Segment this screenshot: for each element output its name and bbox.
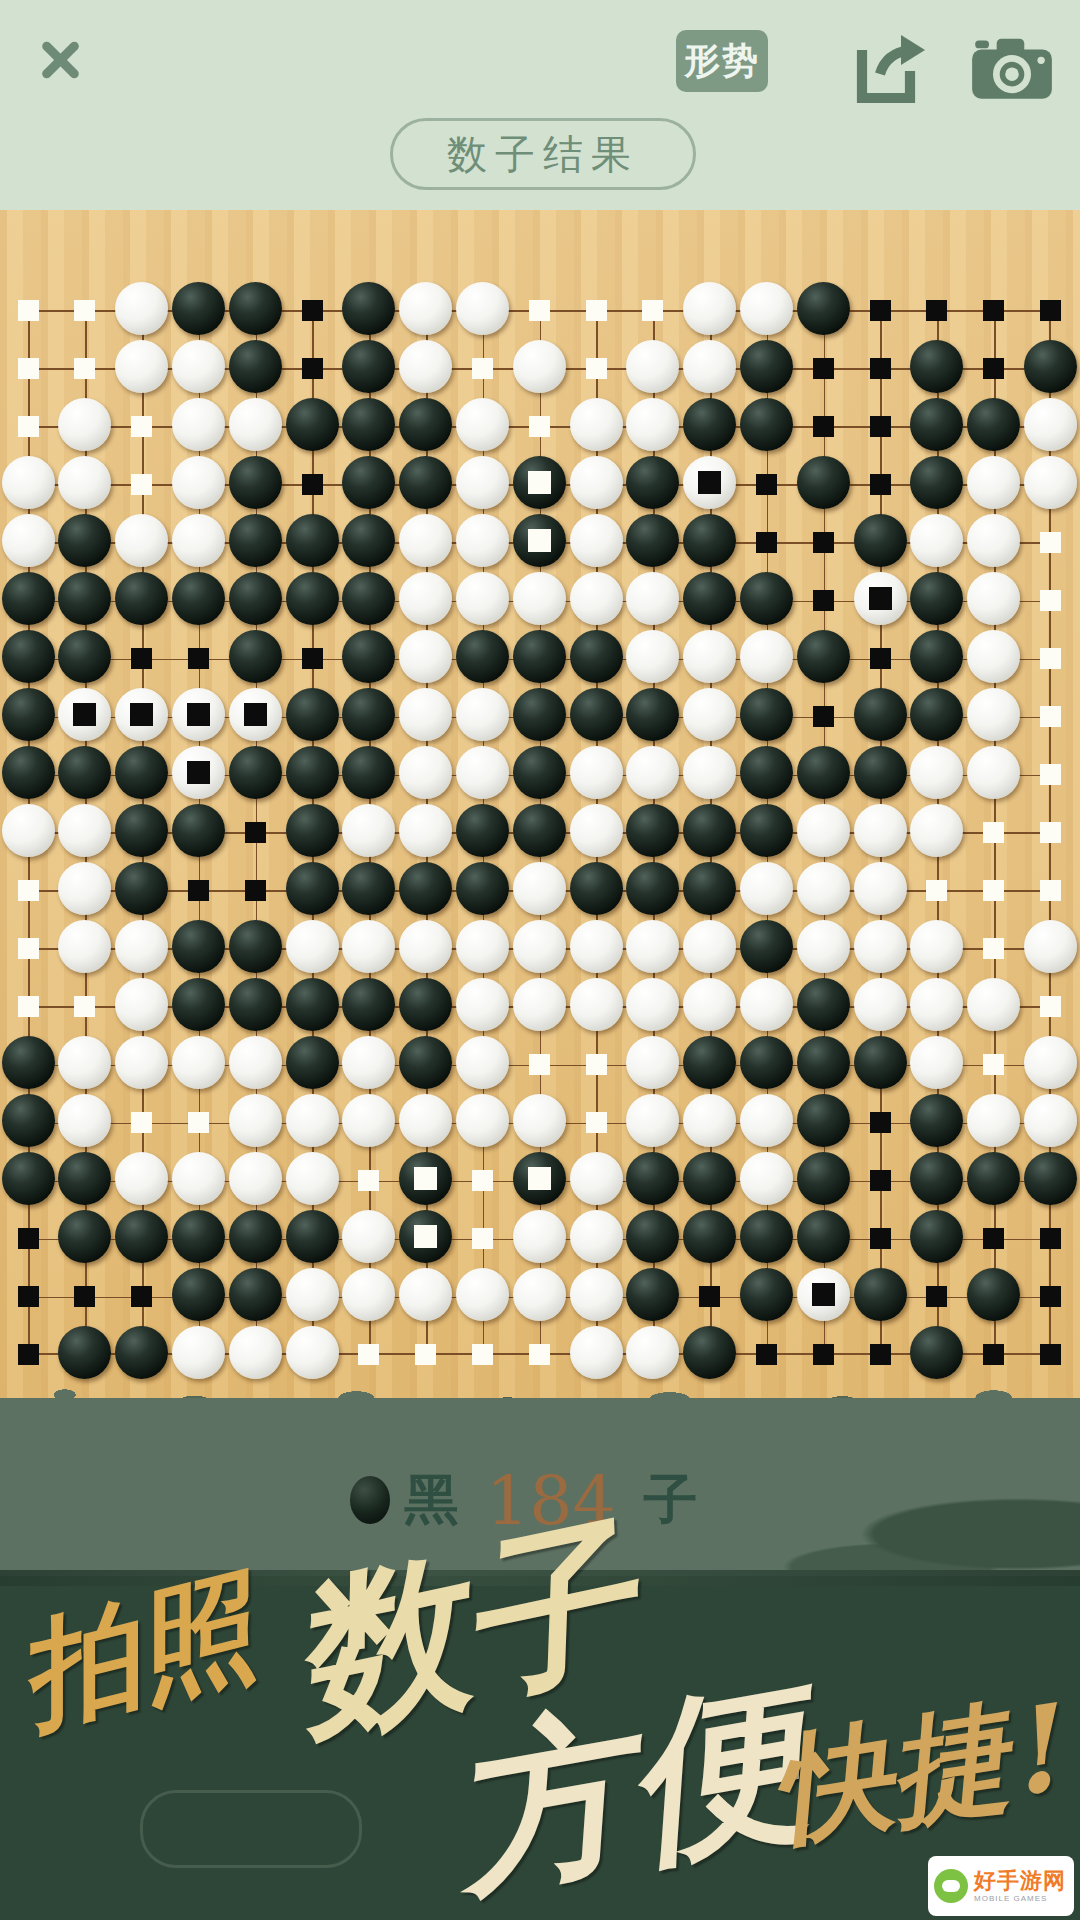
white-territory-marker — [983, 880, 1004, 901]
white-territory-marker — [529, 416, 550, 437]
white-stone-r12c15 — [797, 920, 850, 973]
black-stone-r16c15 — [797, 1152, 850, 1205]
white-stone-r13c12 — [626, 978, 679, 1031]
white-stone-r12c17 — [910, 920, 963, 973]
white-stone-r5c3 — [115, 514, 168, 567]
black-territory-marker — [1040, 1286, 1061, 1307]
white-stone-r6c9 — [456, 572, 509, 625]
white-stone-r12c9 — [456, 920, 509, 973]
black-stone-r10c14 — [740, 804, 793, 857]
black-stone-r16c19 — [1024, 1152, 1077, 1205]
white-count-marker-on-stone — [528, 1167, 551, 1190]
black-stone-r14c16 — [854, 1036, 907, 1089]
black-stone-r10c9 — [456, 804, 509, 857]
white-stone-r10c17 — [910, 804, 963, 857]
white-stone-r10c15 — [797, 804, 850, 857]
white-territory-marker — [18, 416, 39, 437]
black-stone-r9c14 — [740, 746, 793, 799]
black-stone-r5c16 — [854, 514, 907, 567]
white-stone-r8c8 — [399, 688, 452, 741]
white-stone-r15c5 — [229, 1094, 282, 1147]
white-territory-marker — [131, 1112, 152, 1133]
white-stone-r17c11 — [570, 1210, 623, 1263]
black-stone-r8c10 — [513, 688, 566, 741]
watermark: 好手游网 MOBILE GAMES — [928, 1856, 1074, 1916]
white-stone-r5c1 — [2, 514, 55, 567]
black-stone-r15c15 — [797, 1094, 850, 1147]
black-count-marker-on-stone — [869, 587, 892, 610]
black-stone-r3c13 — [683, 398, 736, 451]
white-stone-r16c4 — [172, 1152, 225, 1205]
white-territory-marker — [1040, 996, 1061, 1017]
black-territory-marker — [302, 474, 323, 495]
black-stone-r3c17 — [910, 398, 963, 451]
black-stone-r14c13 — [683, 1036, 736, 1089]
white-stone-r4c2 — [58, 456, 111, 509]
white-stone-r4c9 — [456, 456, 509, 509]
black-territory-marker — [74, 1286, 95, 1307]
watermark-subtext: MOBILE GAMES — [974, 1895, 1066, 1903]
black-stone-r4c17 — [910, 456, 963, 509]
white-stone-r4c11 — [570, 456, 623, 509]
white-territory-marker — [74, 358, 95, 379]
white-stone-r18c7 — [342, 1268, 395, 1321]
black-stone-r8c14 — [740, 688, 793, 741]
white-stone-r18c6 — [286, 1268, 339, 1321]
result-mode-pill[interactable]: 数子结果 — [390, 118, 696, 190]
white-stone-r14c3 — [115, 1036, 168, 1089]
white-stone-r14c4 — [172, 1036, 225, 1089]
white-stone-r4c1 — [2, 456, 55, 509]
white-stone-r6c18 — [967, 572, 1020, 625]
white-stone-r2c12 — [626, 340, 679, 393]
black-stone-r17c17 — [910, 1210, 963, 1263]
white-stone-r6c11 — [570, 572, 623, 625]
white-stone-r6c10 — [513, 572, 566, 625]
black-stone-r5c13 — [683, 514, 736, 567]
black-stone-r5c2 — [58, 514, 111, 567]
black-territory-marker — [813, 358, 834, 379]
black-stone-r9c2 — [58, 746, 111, 799]
black-stone-r8c1 — [2, 688, 55, 741]
black-territory-marker — [131, 648, 152, 669]
white-stone-r11c10 — [513, 862, 566, 915]
white-stone-r9c18 — [967, 746, 1020, 799]
white-stone-r9c8 — [399, 746, 452, 799]
white-stone-r11c14 — [740, 862, 793, 915]
white-stone-r10c11 — [570, 804, 623, 857]
camera-icon[interactable] — [966, 26, 1058, 110]
black-stone-r4c7 — [342, 456, 395, 509]
white-stone-r14c7 — [342, 1036, 395, 1089]
white-territory-marker — [586, 1112, 607, 1133]
black-stone-r7c10 — [513, 630, 566, 683]
black-territory-marker — [18, 1228, 39, 1249]
white-territory-marker — [18, 938, 39, 959]
white-stone-r15c13 — [683, 1094, 736, 1147]
black-territory-marker — [813, 706, 834, 727]
white-stone-r3c2 — [58, 398, 111, 451]
white-territory-marker — [131, 416, 152, 437]
white-stone-r12c10 — [513, 920, 566, 973]
black-stone-r11c9 — [456, 862, 509, 915]
situation-button[interactable]: 形势 — [676, 30, 768, 92]
black-stone-r18c5 — [229, 1268, 282, 1321]
black-stone-r6c7 — [342, 572, 395, 625]
black-territory-marker — [756, 474, 777, 495]
black-stone-r1c5 — [229, 282, 282, 335]
black-stone-r4c15 — [797, 456, 850, 509]
black-stone-r18c12 — [626, 1268, 679, 1321]
white-stone-r7c8 — [399, 630, 452, 683]
white-stone-r14c9 — [456, 1036, 509, 1089]
white-territory-marker — [472, 1228, 493, 1249]
black-stone-r6c3 — [115, 572, 168, 625]
black-stone-r11c6 — [286, 862, 339, 915]
white-stone-r12c6 — [286, 920, 339, 973]
black-territory-marker — [870, 1112, 891, 1133]
black-stone-r7c1 — [2, 630, 55, 683]
white-stone-r6c8 — [399, 572, 452, 625]
watermark-text: 好手游网 — [974, 1870, 1066, 1892]
black-stone-r17c5 — [229, 1210, 282, 1263]
white-territory-marker — [1040, 590, 1061, 611]
black-stone-icon — [350, 1476, 390, 1524]
black-stone-r17c2 — [58, 1210, 111, 1263]
black-territory-marker — [926, 300, 947, 321]
white-stone-r4c4 — [172, 456, 225, 509]
black-stone-r3c7 — [342, 398, 395, 451]
white-stone-r5c17 — [910, 514, 963, 567]
black-stone-r13c15 — [797, 978, 850, 1031]
black-stone-r10c12 — [626, 804, 679, 857]
white-stone-r9c12 — [626, 746, 679, 799]
black-stone-r3c18 — [967, 398, 1020, 451]
white-stone-r13c3 — [115, 978, 168, 1031]
black-territory-marker — [983, 300, 1004, 321]
black-stone-r8c6 — [286, 688, 339, 741]
white-stone-r15c19 — [1024, 1094, 1077, 1147]
white-count-marker-on-stone — [414, 1167, 437, 1190]
white-territory-marker — [529, 300, 550, 321]
black-stone-r8c16 — [854, 688, 907, 741]
black-stone-r5c6 — [286, 514, 339, 567]
black-stone-r2c19 — [1024, 340, 1077, 393]
white-stone-r12c3 — [115, 920, 168, 973]
top-bar: 形势 数子结果 — [0, 0, 1080, 210]
black-territory-marker — [870, 358, 891, 379]
white-stone-r13c10 — [513, 978, 566, 1031]
black-stone-r2c5 — [229, 340, 282, 393]
black-stone-r16c17 — [910, 1152, 963, 1205]
black-territory-marker — [18, 1286, 39, 1307]
white-stone-r14c5 — [229, 1036, 282, 1089]
white-stone-r3c5 — [229, 398, 282, 451]
black-count-marker-on-stone — [244, 703, 267, 726]
black-stone-r1c7 — [342, 282, 395, 335]
white-territory-marker — [1040, 706, 1061, 727]
white-stone-r16c11 — [570, 1152, 623, 1205]
white-stone-r14c17 — [910, 1036, 963, 1089]
black-territory-marker — [813, 532, 834, 553]
black-territory-marker — [188, 880, 209, 901]
black-territory-marker — [983, 1228, 1004, 1249]
white-stone-r11c16 — [854, 862, 907, 915]
black-stone-r15c17 — [910, 1094, 963, 1147]
black-stone-r12c14 — [740, 920, 793, 973]
white-stone-r14c2 — [58, 1036, 111, 1089]
black-territory-marker — [1040, 300, 1061, 321]
white-stone-r15c8 — [399, 1094, 452, 1147]
white-stone-r5c4 — [172, 514, 225, 567]
black-stone-r12c5 — [229, 920, 282, 973]
black-stone-r13c8 — [399, 978, 452, 1031]
white-count-marker-on-stone — [528, 471, 551, 494]
white-stone-r3c11 — [570, 398, 623, 451]
black-stone-r9c5 — [229, 746, 282, 799]
black-stone-r11c12 — [626, 862, 679, 915]
white-stone-r15c2 — [58, 1094, 111, 1147]
white-stone-r5c9 — [456, 514, 509, 567]
white-stone-r11c15 — [797, 862, 850, 915]
white-stone-r15c14 — [740, 1094, 793, 1147]
black-territory-marker — [870, 1228, 891, 1249]
white-stone-r13c11 — [570, 978, 623, 1031]
black-stone-r14c15 — [797, 1036, 850, 1089]
white-stone-r10c7 — [342, 804, 395, 857]
black-stone-r9c7 — [342, 746, 395, 799]
black-stone-r3c6 — [286, 398, 339, 451]
white-stone-r1c3 — [115, 282, 168, 335]
black-stone-r13c5 — [229, 978, 282, 1031]
black-stone-r2c7 — [342, 340, 395, 393]
white-stone-r12c7 — [342, 920, 395, 973]
black-stone-r16c1 — [2, 1152, 55, 1205]
white-stone-r15c18 — [967, 1094, 1020, 1147]
black-stone-r11c11 — [570, 862, 623, 915]
white-stone-r18c9 — [456, 1268, 509, 1321]
black-stone-r17c15 — [797, 1210, 850, 1263]
black-stone-r5c7 — [342, 514, 395, 567]
black-stone-r16c12 — [626, 1152, 679, 1205]
black-stone-r9c15 — [797, 746, 850, 799]
white-territory-marker — [983, 938, 1004, 959]
white-stone-r12c12 — [626, 920, 679, 973]
black-stone-r7c5 — [229, 630, 282, 683]
black-stone-r3c14 — [740, 398, 793, 451]
black-territory-marker — [131, 1286, 152, 1307]
black-territory-marker — [813, 416, 834, 437]
watermark-logo-icon — [934, 1869, 968, 1903]
ghost-button-outline — [140, 1790, 362, 1868]
black-stone-r7c2 — [58, 630, 111, 683]
white-stone-r13c13 — [683, 978, 736, 1031]
white-stone-r16c5 — [229, 1152, 282, 1205]
black-stone-r4c5 — [229, 456, 282, 509]
white-stone-r5c8 — [399, 514, 452, 567]
black-stone-r17c3 — [115, 1210, 168, 1263]
black-territory-marker — [302, 648, 323, 669]
black-stone-r1c4 — [172, 282, 225, 335]
black-stone-r9c16 — [854, 746, 907, 799]
white-stone-r5c18 — [967, 514, 1020, 567]
white-stone-r15c6 — [286, 1094, 339, 1147]
black-stone-r9c10 — [513, 746, 566, 799]
black-stone-r17c12 — [626, 1210, 679, 1263]
black-stone-r18c4 — [172, 1268, 225, 1321]
black-stone-r6c1 — [2, 572, 55, 625]
black-stone-r8c17 — [910, 688, 963, 741]
go-board[interactable] — [0, 210, 1080, 1398]
white-stone-r12c2 — [58, 920, 111, 973]
white-territory-marker — [74, 996, 95, 1017]
black-stone-r8c12 — [626, 688, 679, 741]
white-stone-r1c13 — [683, 282, 736, 335]
white-stone-r8c18 — [967, 688, 1020, 741]
black-territory-marker — [926, 1286, 947, 1307]
white-stone-r7c14 — [740, 630, 793, 683]
black-territory-marker — [188, 648, 209, 669]
white-stone-r16c14 — [740, 1152, 793, 1205]
white-territory-marker — [74, 300, 95, 321]
black-stone-r17c6 — [286, 1210, 339, 1263]
white-count-marker-on-stone — [528, 529, 551, 552]
black-stone-r2c17 — [910, 340, 963, 393]
white-stone-r1c9 — [456, 282, 509, 335]
black-territory-marker — [245, 822, 266, 843]
white-count-marker-on-stone — [414, 1225, 437, 1248]
white-stone-r17c10 — [513, 1210, 566, 1263]
white-territory-marker — [18, 880, 39, 901]
result-unit: 子 — [644, 1464, 698, 1537]
white-stone-r7c12 — [626, 630, 679, 683]
black-stone-r10c3 — [115, 804, 168, 857]
white-territory-marker — [472, 358, 493, 379]
black-stone-r14c14 — [740, 1036, 793, 1089]
white-stone-r18c10 — [513, 1268, 566, 1321]
white-territory-marker — [586, 358, 607, 379]
white-stone-r18c11 — [570, 1268, 623, 1321]
white-stone-r7c18 — [967, 630, 1020, 683]
white-territory-marker — [926, 880, 947, 901]
white-stone-r12c11 — [570, 920, 623, 973]
white-territory-marker — [131, 474, 152, 495]
black-stone-r11c8 — [399, 862, 452, 915]
black-count-marker-on-stone — [187, 761, 210, 784]
black-stone-r6c2 — [58, 572, 111, 625]
white-stone-r9c9 — [456, 746, 509, 799]
black-stone-r5c12 — [626, 514, 679, 567]
black-stone-r6c14 — [740, 572, 793, 625]
white-territory-marker — [586, 300, 607, 321]
black-stone-r15c1 — [2, 1094, 55, 1147]
white-stone-r1c14 — [740, 282, 793, 335]
white-stone-r3c9 — [456, 398, 509, 451]
white-stone-r13c9 — [456, 978, 509, 1031]
black-stone-r13c7 — [342, 978, 395, 1031]
white-territory-marker — [18, 358, 39, 379]
black-territory-marker — [983, 358, 1004, 379]
black-stone-r17c4 — [172, 1210, 225, 1263]
white-stone-r11c2 — [58, 862, 111, 915]
black-stone-r9c3 — [115, 746, 168, 799]
white-stone-r3c12 — [626, 398, 679, 451]
white-stone-r13c14 — [740, 978, 793, 1031]
white-stone-r2c3 — [115, 340, 168, 393]
white-territory-marker — [1040, 822, 1061, 843]
black-count-marker-on-stone — [187, 703, 210, 726]
black-stone-r4c8 — [399, 456, 452, 509]
white-territory-marker — [18, 300, 39, 321]
black-stone-r7c9 — [456, 630, 509, 683]
white-stone-r15c12 — [626, 1094, 679, 1147]
black-territory-marker — [302, 300, 323, 321]
black-stone-r10c13 — [683, 804, 736, 857]
white-territory-marker — [18, 996, 39, 1017]
white-stone-r12c13 — [683, 920, 736, 973]
white-territory-marker — [358, 1170, 379, 1191]
black-stone-r9c6 — [286, 746, 339, 799]
white-stone-r12c8 — [399, 920, 452, 973]
black-territory-marker — [302, 358, 323, 379]
black-stone-r11c13 — [683, 862, 736, 915]
black-territory-marker — [870, 416, 891, 437]
white-stone-r4c19 — [1024, 456, 1077, 509]
close-icon[interactable] — [34, 34, 84, 84]
white-territory-marker — [188, 1112, 209, 1133]
black-stone-r3c8 — [399, 398, 452, 451]
white-territory-marker — [1040, 532, 1061, 553]
white-stone-r12c19 — [1024, 920, 1077, 973]
white-stone-r9c17 — [910, 746, 963, 799]
white-stone-r9c13 — [683, 746, 736, 799]
white-stone-r8c13 — [683, 688, 736, 741]
black-stone-r5c5 — [229, 514, 282, 567]
black-stone-r16c2 — [58, 1152, 111, 1205]
white-stone-r5c11 — [570, 514, 623, 567]
black-territory-marker — [756, 532, 777, 553]
white-stone-r10c16 — [854, 804, 907, 857]
white-territory-marker — [1040, 764, 1061, 785]
white-stone-r2c8 — [399, 340, 452, 393]
black-stone-r12c4 — [172, 920, 225, 973]
white-stone-r16c6 — [286, 1152, 339, 1205]
white-territory-marker — [983, 822, 1004, 843]
white-stone-r4c18 — [967, 456, 1020, 509]
black-stone-r1c15 — [797, 282, 850, 335]
share-icon[interactable] — [850, 26, 934, 110]
white-stone-r14c19 — [1024, 1036, 1077, 1089]
black-stone-r6c13 — [683, 572, 736, 625]
black-stone-r10c6 — [286, 804, 339, 857]
black-stone-r6c17 — [910, 572, 963, 625]
black-stone-r2c14 — [740, 340, 793, 393]
black-count-marker-on-stone — [698, 471, 721, 494]
white-stone-r18c8 — [399, 1268, 452, 1321]
black-territory-marker — [870, 300, 891, 321]
black-stone-r7c7 — [342, 630, 395, 683]
black-stone-r7c15 — [797, 630, 850, 683]
black-stone-r17c13 — [683, 1210, 736, 1263]
white-stone-r8c9 — [456, 688, 509, 741]
white-territory-marker — [983, 1054, 1004, 1075]
black-stone-r6c6 — [286, 572, 339, 625]
black-territory-marker — [699, 1286, 720, 1307]
white-stone-r1c8 — [399, 282, 452, 335]
white-stone-r13c18 — [967, 978, 1020, 1031]
white-stone-r13c17 — [910, 978, 963, 1031]
black-stone-r16c13 — [683, 1152, 736, 1205]
